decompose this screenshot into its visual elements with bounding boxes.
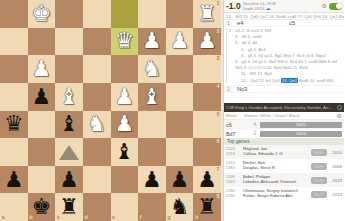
explorer-move-row[interactable]: Bd72100% bbox=[224, 129, 344, 138]
explorer-move-row[interactable]: c64100% bbox=[224, 120, 344, 129]
black-player: Calhau, Eduardo J. G. bbox=[243, 152, 309, 157]
black-rating: 2235 bbox=[226, 194, 241, 199]
analysis-app: ♚♜1♛♟♟♟2♟♞3♟♝♟♝4♛♝♞♟5♝6♟♟♟♟♟7a♚b♜cdef♞g♜… bbox=[0, 0, 345, 221]
piece-white-queen[interactable]: ♛ bbox=[114, 30, 134, 52]
square-a4[interactable] bbox=[0, 83, 28, 111]
square-a3[interactable] bbox=[0, 55, 28, 83]
engine-toggle[interactable] bbox=[329, 3, 342, 10]
result-badge: ½-½ bbox=[311, 177, 327, 184]
square-d3[interactable] bbox=[83, 55, 111, 83]
move-number: 1 bbox=[224, 20, 233, 26]
piece-black-knight[interactable]: ♞ bbox=[170, 196, 190, 218]
square-e4[interactable]: ♟ bbox=[111, 83, 139, 111]
variation-moves: 3... d5 4. exd5 bbox=[235, 34, 262, 39]
piece-white-king[interactable]: ♚ bbox=[32, 3, 52, 25]
player-ratings: 24132383 bbox=[226, 161, 241, 170]
square-g6[interactable] bbox=[166, 138, 194, 166]
file-label-h: h bbox=[195, 215, 198, 221]
piece-black-rook[interactable]: ♜ bbox=[59, 196, 79, 218]
piece-white-pawn[interactable]: ♟ bbox=[32, 58, 52, 80]
player-ratings: 22242274 bbox=[226, 147, 241, 156]
square-e7[interactable] bbox=[111, 166, 139, 194]
move-number: 2 bbox=[224, 86, 233, 92]
black-rating: 2383 bbox=[226, 166, 241, 171]
variation-moves: 11... Qa4 12. b3 Qa5 bbox=[241, 78, 281, 83]
square-b6[interactable] bbox=[28, 138, 56, 166]
rank-label-1: 1 bbox=[216, 1, 219, 7]
opening-bar: C39 King's Gambit Accepted, Kieseritzky … bbox=[224, 103, 344, 112]
engine-settings-gear-icon[interactable]: ⚙ bbox=[322, 3, 327, 9]
opening-explorer: Move Games White / Draw / Black ⚙ c64100… bbox=[224, 112, 344, 201]
engine-info: Stockfish 11+ HCE Depth 24/24 ☁ bbox=[243, 1, 320, 11]
player-names: Bobel, PhilippeLebedev, Aleksandr Yuriev… bbox=[243, 175, 309, 185]
square-a5[interactable]: ♛ bbox=[0, 111, 28, 139]
explorer-move: c6 bbox=[226, 122, 242, 128]
piece-white-bishop[interactable]: ♝ bbox=[142, 86, 162, 108]
square-c7[interactable]: ♟ bbox=[55, 166, 83, 194]
square-f5[interactable] bbox=[138, 111, 166, 139]
file-label-a: a bbox=[2, 215, 5, 221]
engine-depth: Depth 24/24 ☁ bbox=[243, 6, 320, 11]
draw-percentage-bar: 100% bbox=[260, 122, 342, 128]
square-h1[interactable]: ♜1 bbox=[193, 0, 221, 28]
square-c3[interactable] bbox=[55, 55, 83, 83]
square-f6[interactable] bbox=[138, 138, 166, 166]
explorer-games-header: Games bbox=[244, 113, 258, 118]
panel-filler bbox=[224, 201, 344, 221]
piece-black-queen[interactable]: ♛ bbox=[4, 113, 24, 135]
explorer-header: Move Games White / Draw / Black ⚙ bbox=[224, 112, 344, 120]
variation-line[interactable]: 3... g5 4. h4 g4 5. Ne5 Nf6 6. Bc4 d5 7.… bbox=[226, 59, 343, 71]
game-year: 2019 bbox=[329, 178, 342, 183]
square-b3[interactable]: ♟ bbox=[28, 55, 56, 83]
square-g7[interactable]: ♟ bbox=[166, 166, 194, 194]
piece-black-king[interactable]: ♚ bbox=[32, 196, 52, 218]
file-label-d: d bbox=[84, 215, 87, 221]
black-rating: 2274 bbox=[226, 152, 241, 157]
cloud-icon: ☁ bbox=[265, 6, 270, 11]
piece-white-pawn[interactable]: ♟ bbox=[170, 30, 190, 52]
rank-label-6: 6 bbox=[216, 139, 219, 145]
game-year: 2013 bbox=[329, 192, 342, 197]
square-c4[interactable]: ♝ bbox=[55, 83, 83, 111]
depth-label: Depth 24/24 bbox=[243, 6, 265, 11]
square-e1[interactable] bbox=[111, 0, 139, 28]
square-b8[interactable]: ♚b bbox=[28, 193, 56, 221]
piece-black-bishop[interactable]: ♝ bbox=[59, 113, 79, 135]
black-rating: 2343 bbox=[226, 180, 241, 185]
chess-board[interactable]: ♚♜1♛♟♟♟2♟♞3♟♝♟♝4♛♝♞♟5♝6♟♟♟♟♟7a♚b♜cdef♞g♜… bbox=[0, 0, 221, 221]
rank-label-5: 5 bbox=[216, 112, 219, 118]
piece-white-pawn[interactable]: ♟ bbox=[142, 30, 162, 52]
square-f1[interactable] bbox=[138, 0, 166, 28]
square-b7[interactable] bbox=[28, 166, 56, 194]
file-label-g: g bbox=[167, 215, 170, 221]
square-h4[interactable]: 4 bbox=[193, 83, 221, 111]
variation-moves: 3... d6 4. d4 bbox=[235, 40, 257, 45]
variation-line[interactable]: 11... Qa4 12. b3 Qa5 13. Qe2 Bxd5 14. ex… bbox=[226, 78, 343, 84]
square-f3[interactable]: ♞ bbox=[138, 55, 166, 83]
top-game-row[interactable]: 24132383Becker, BenDouglas, Steve R½-½20… bbox=[224, 159, 344, 173]
variation-moves: 3... g5 4. h4 g4 5. Ne5 Nf6 6. Bc4 d5 7.… bbox=[235, 59, 337, 70]
eval-value: -1.0 bbox=[226, 1, 241, 11]
rank-label-2: 2 bbox=[216, 29, 219, 35]
square-a1[interactable] bbox=[0, 0, 28, 28]
explorer-game-count: 2 bbox=[244, 131, 258, 136]
square-e2[interactable]: ♛ bbox=[111, 28, 139, 56]
square-d2[interactable] bbox=[83, 28, 111, 56]
piece-white-knight[interactable]: ♞ bbox=[142, 58, 162, 80]
game-year: 2010 bbox=[329, 150, 342, 155]
piece-white-pawn[interactable]: ♟ bbox=[114, 113, 134, 135]
black-player: Furlan, Sergio Roberto Abe bbox=[243, 194, 309, 199]
engine-pv-line[interactable]: 14... Bf5 15. Qd3 Qe7 16. Nxd6 cxd6 17. … bbox=[224, 13, 344, 20]
game-year: 2008 bbox=[329, 164, 342, 169]
explorer-move: Bd7 bbox=[226, 131, 242, 137]
square-b1[interactable]: ♚ bbox=[28, 0, 56, 28]
square-f2[interactable]: ♟ bbox=[138, 28, 166, 56]
engine-eval-bar: -1.0 Stockfish 11+ HCE Depth 24/24 ☁ ⚙ bbox=[224, 0, 344, 13]
square-a8[interactable]: a bbox=[0, 193, 28, 221]
square-b5[interactable] bbox=[28, 111, 56, 139]
square-b2[interactable] bbox=[28, 28, 56, 56]
result-badge: ½-½ bbox=[311, 149, 327, 156]
best-move-arrow bbox=[59, 145, 79, 160]
square-h2[interactable]: ♟2 bbox=[193, 28, 221, 56]
piece-white-pawn[interactable]: ♟ bbox=[114, 86, 134, 108]
player-ratings: 23082343 bbox=[226, 175, 241, 184]
square-h6[interactable]: 6 bbox=[193, 138, 221, 166]
rank-label-4: 4 bbox=[216, 84, 219, 90]
square-c8[interactable]: ♜c bbox=[55, 193, 83, 221]
square-g2[interactable]: ♟ bbox=[166, 28, 194, 56]
variation-continuation: Bxd5 14. exd5 Bf5 bbox=[298, 78, 333, 83]
square-g1[interactable] bbox=[166, 0, 194, 28]
square-e8[interactable]: e bbox=[111, 193, 139, 221]
top-game-row[interactable]: 22242274Höglund, JanCalhau, Eduardo J. G… bbox=[224, 145, 344, 159]
square-g4[interactable] bbox=[166, 83, 194, 111]
square-h7[interactable]: ♟7 bbox=[193, 166, 221, 194]
rank-label-7: 7 bbox=[216, 167, 219, 173]
black-move[interactable]: c5 bbox=[285, 20, 337, 26]
piece-white-knight[interactable]: ♞ bbox=[87, 113, 107, 135]
square-a6[interactable] bbox=[0, 138, 28, 166]
square-h3[interactable]: 3 bbox=[193, 55, 221, 83]
analysis-panel: -1.0 Stockfish 11+ HCE Depth 24/24 ☁ ⚙ 1… bbox=[224, 0, 344, 221]
piece-black-pawn[interactable]: ♟ bbox=[59, 169, 79, 191]
square-d7[interactable] bbox=[83, 166, 111, 194]
file-label-c: c bbox=[57, 215, 60, 221]
square-f4[interactable]: ♝ bbox=[138, 83, 166, 111]
piece-black-rook[interactable]: ♜ bbox=[197, 196, 217, 218]
explorer-wdb-header: White / Draw / Black bbox=[260, 113, 335, 118]
variation-moves: 11... Bf5 12. Bg3 bbox=[241, 71, 272, 76]
top-games-list: 22242274Höglund, JanCalhau, Eduardo J. G… bbox=[224, 145, 344, 201]
piece-black-bishop[interactable]: ♝ bbox=[114, 141, 134, 163]
draw-percentage-label: 100% bbox=[296, 122, 306, 127]
rank-label-3: 3 bbox=[216, 56, 219, 62]
square-e6[interactable]: ♝ bbox=[111, 138, 139, 166]
square-a2[interactable] bbox=[0, 28, 28, 56]
white-move[interactable]: e4 bbox=[233, 20, 285, 26]
piece-black-pawn[interactable]: ♟ bbox=[142, 169, 162, 191]
piece-white-bishop[interactable]: ♝ bbox=[59, 86, 79, 108]
square-b4[interactable]: ♟ bbox=[28, 83, 56, 111]
square-d6[interactable] bbox=[83, 138, 111, 166]
variation-moves: 4... g5 5. Bc4 bbox=[241, 47, 266, 52]
player-ratings: 22802235 bbox=[226, 189, 241, 198]
explorer-game-count: 4 bbox=[244, 122, 258, 127]
result-badge: ½-½ bbox=[311, 163, 327, 170]
result-badge: ½-½ bbox=[311, 191, 327, 198]
piece-white-rook[interactable]: ♜ bbox=[197, 3, 217, 25]
square-d1[interactable] bbox=[83, 0, 111, 28]
opening-name: C39 King's Gambit Accepted, Kieseritzky … bbox=[226, 105, 335, 110]
square-f8[interactable]: f bbox=[138, 193, 166, 221]
square-e5[interactable]: ♟ bbox=[111, 111, 139, 139]
black-player: Douglas, Steve R bbox=[243, 166, 309, 171]
square-c5[interactable]: ♝ bbox=[55, 111, 83, 139]
piece-black-pawn[interactable]: ♟ bbox=[32, 86, 52, 108]
top-game-row[interactable]: 23082343Bobel, PhilippeLebedev, Aleksand… bbox=[224, 173, 344, 187]
piece-white-pawn[interactable]: ♟ bbox=[197, 30, 217, 52]
file-label-e: e bbox=[112, 215, 115, 221]
square-f7[interactable]: ♟ bbox=[138, 166, 166, 194]
explorer-move-header: Move bbox=[226, 113, 242, 118]
square-c1[interactable] bbox=[55, 0, 83, 28]
square-d8[interactable]: d bbox=[83, 193, 111, 221]
black-player: Lebedev, Aleksandr Yurievich bbox=[243, 180, 309, 185]
square-g5[interactable] bbox=[166, 111, 194, 139]
file-label-b: b bbox=[29, 215, 32, 221]
move-row: 1e4c5 bbox=[224, 20, 344, 27]
square-a7[interactable]: ♟ bbox=[0, 166, 28, 194]
draw-percentage-label: 100% bbox=[296, 131, 306, 136]
variation-moves: 1... e5 2. f4 exf4 3. Nf3 bbox=[229, 28, 271, 33]
move-list: 1e4c51... e5 2. f4 exf4 3. Nf33... d5 4.… bbox=[224, 20, 344, 103]
white-move[interactable]: Nc3 bbox=[233, 86, 285, 92]
engine-toggle-knob bbox=[336, 3, 342, 9]
file-label-f: f bbox=[140, 215, 142, 221]
top-game-row[interactable]: 22802235Chekmasov, Sergey IvanovichFurla… bbox=[224, 187, 344, 201]
player-names: Höglund, JanCalhau, Eduardo J. G. bbox=[243, 147, 309, 157]
piece-black-pawn[interactable]: ♟ bbox=[4, 169, 24, 191]
top-games-header: Top games bbox=[224, 138, 344, 145]
square-g8[interactable]: ♞g bbox=[166, 193, 194, 221]
variation-moves: 4... g5 5. h4 g4 6. Ng1 Bh6 7. Nc3 c6 8.… bbox=[241, 53, 326, 58]
square-e3[interactable] bbox=[111, 55, 139, 83]
explorer-gear-icon[interactable]: ⚙ bbox=[337, 113, 342, 119]
player-names: Chekmasov, Sergey IvanovichFurlan, Sergi… bbox=[243, 189, 309, 199]
variation-block: 1... e5 2. f4 exf4 3. Nf33... d5 4. exd5… bbox=[224, 27, 344, 86]
square-c6[interactable] bbox=[55, 138, 83, 166]
draw-percentage-bar: 100% bbox=[260, 131, 342, 137]
explorer-move-rows: c64100%Bd72100% bbox=[224, 120, 344, 138]
piece-black-pawn[interactable]: ♟ bbox=[197, 169, 217, 191]
square-c2[interactable] bbox=[55, 28, 83, 56]
square-d4[interactable] bbox=[83, 83, 111, 111]
square-g3[interactable] bbox=[166, 55, 194, 83]
piece-black-pawn[interactable]: ♟ bbox=[170, 169, 190, 191]
square-h5[interactable]: 5 bbox=[193, 111, 221, 139]
move-row: 2Nc3 bbox=[224, 86, 344, 93]
square-d5[interactable]: ♞ bbox=[83, 111, 111, 139]
square-h8[interactable]: ♜8h bbox=[193, 193, 221, 221]
current-move[interactable]: 13. Qe2 bbox=[281, 78, 298, 83]
player-names: Becker, BenDouglas, Steve R bbox=[243, 161, 309, 171]
opening-explorer-toggle-icon[interactable] bbox=[337, 105, 342, 110]
rank-label-8: 8 bbox=[216, 194, 219, 200]
